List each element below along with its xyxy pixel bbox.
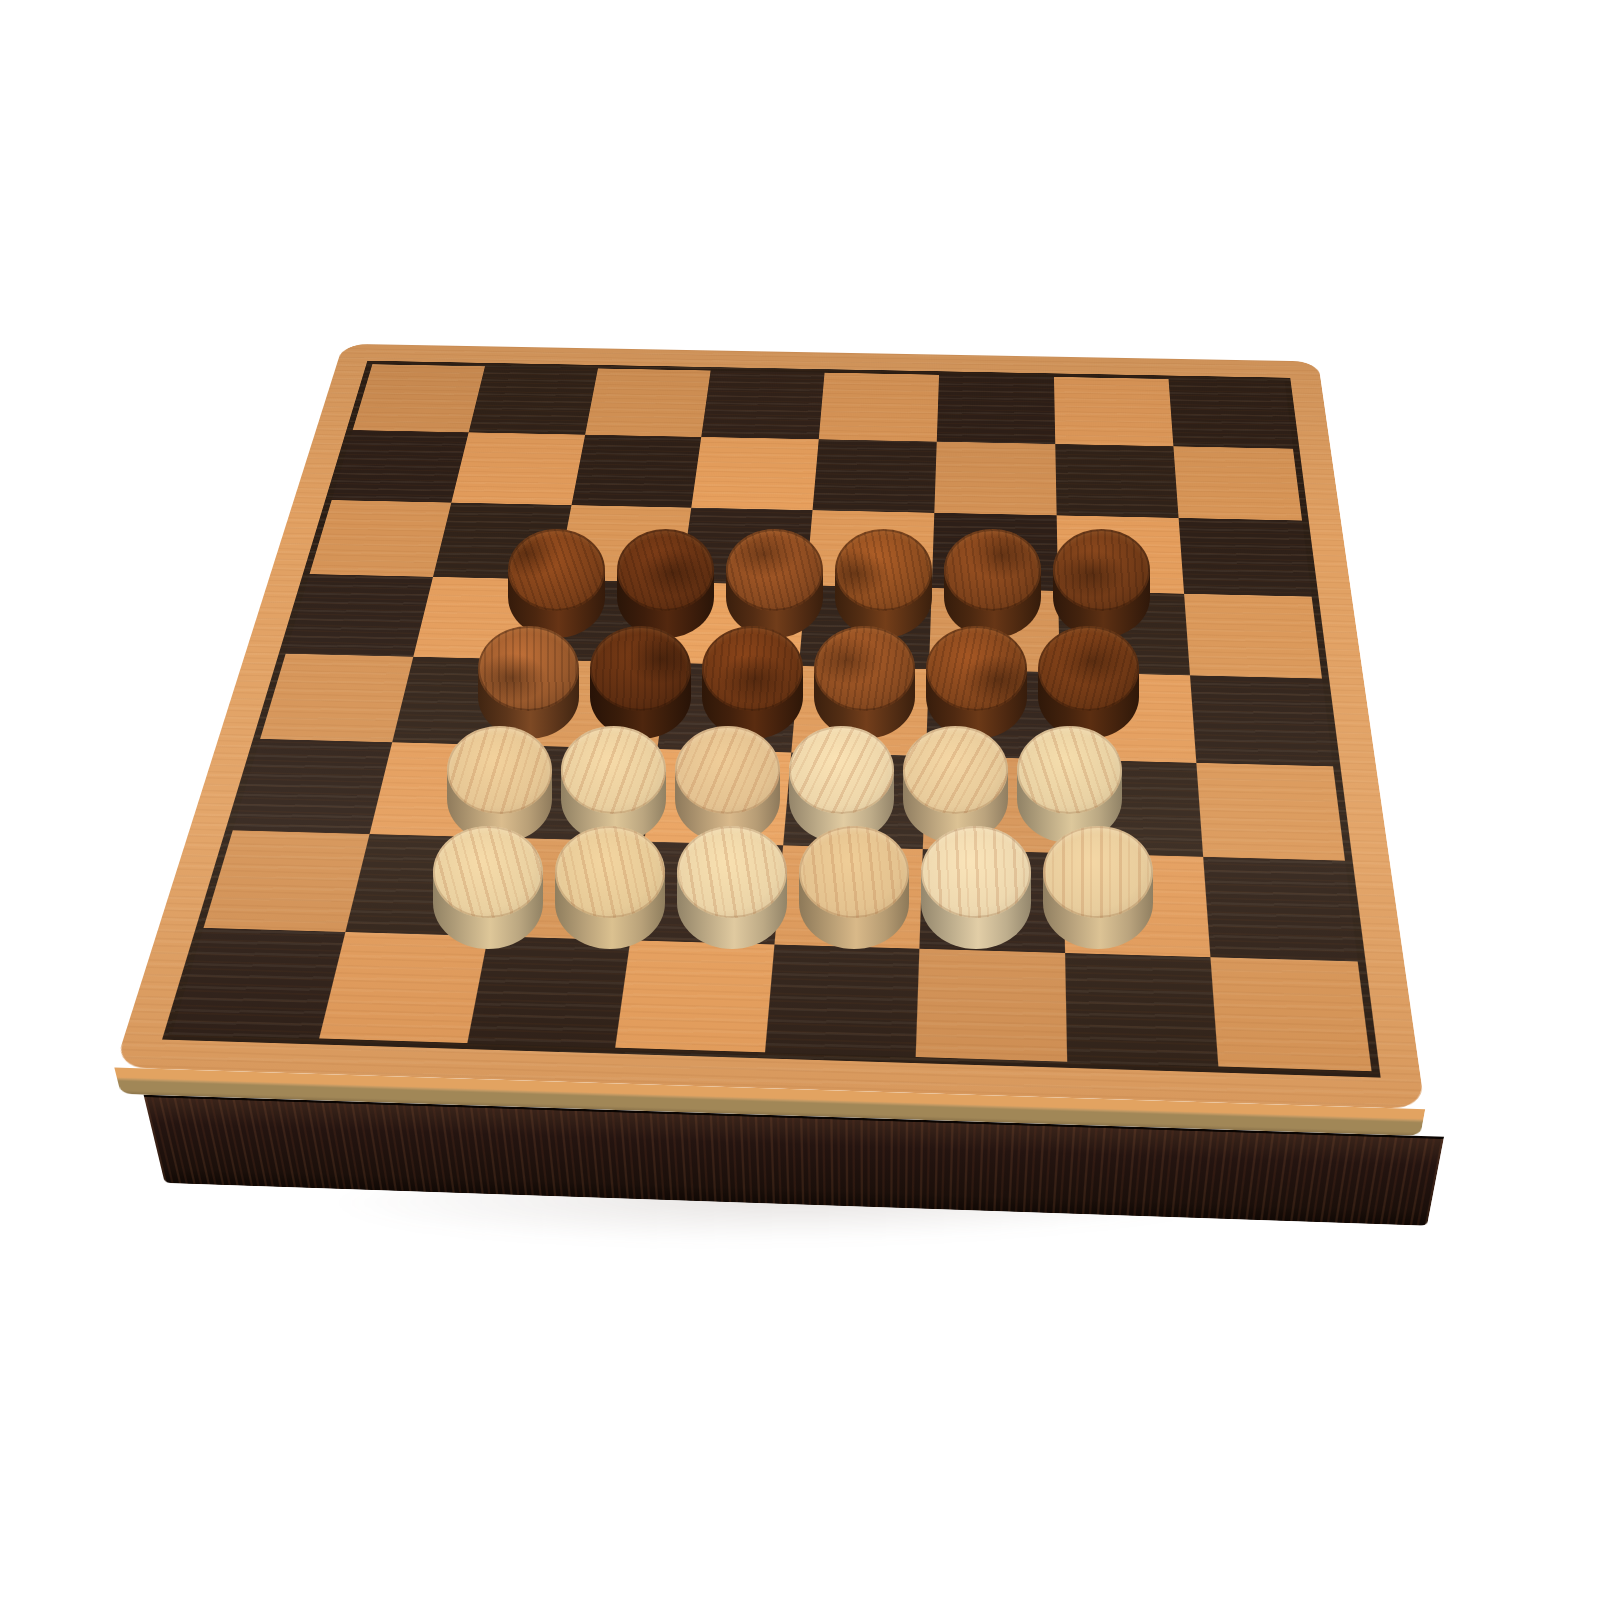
dark-checker-glyph: ⛂ <box>702 626 703 627</box>
checker-dark-10: ⛂ <box>814 626 915 739</box>
checker-dark-3: ⛂ <box>726 529 823 638</box>
dark-checker-glyph: ⛂ <box>926 626 927 627</box>
disc-top: ⛀ <box>1043 826 1153 918</box>
disc-top: ⛂ <box>926 626 1027 711</box>
disc-top: ⛂ <box>726 529 823 611</box>
checker-dark-9: ⛂ <box>702 626 803 739</box>
disc-top: ⛀ <box>447 726 552 814</box>
light-checker-glyph: ⛀ <box>1017 726 1018 727</box>
disc-top: ⛀ <box>799 826 909 918</box>
checker-light-12: ⛀ <box>1043 826 1153 949</box>
product-photo: ⛂⛂⛂⛂⛂⛂⛂⛂⛂⛂⛂⛂⛀⛀⛀⛀⛀⛀⛀⛀⛀⛀⛀⛀ <box>0 0 1600 1600</box>
disc-top: ⛀ <box>675 726 780 814</box>
dark-checker-glyph: ⛂ <box>1053 529 1054 530</box>
dark-checker-glyph: ⛂ <box>726 529 727 530</box>
light-checker-glyph: ⛀ <box>447 726 448 727</box>
checker-light-11: ⛀ <box>921 826 1031 949</box>
light-checker-glyph: ⛀ <box>675 726 676 727</box>
checker-dark-2: ⛂ <box>617 529 714 638</box>
disc-top: ⛂ <box>944 529 1041 611</box>
dark-checker-glyph: ⛂ <box>1038 626 1039 627</box>
disc-top: ⛀ <box>433 826 543 918</box>
disc-top: ⛀ <box>921 826 1031 918</box>
checker-dark-6: ⛂ <box>1053 529 1150 638</box>
light-checker-glyph: ⛀ <box>903 726 904 727</box>
disc-top: ⛂ <box>590 626 691 711</box>
dark-checker-glyph: ⛂ <box>508 529 509 530</box>
light-checker-glyph: ⛀ <box>561 726 562 727</box>
disc-top: ⛂ <box>478 626 579 711</box>
disc-top: ⛂ <box>508 529 605 611</box>
light-checker-glyph: ⛀ <box>1043 826 1044 827</box>
checker-light-8: ⛀ <box>555 826 665 949</box>
checker-light-9: ⛀ <box>677 826 787 949</box>
pieces-layer: ⛂⛂⛂⛂⛂⛂⛂⛂⛂⛂⛂⛂⛀⛀⛀⛀⛀⛀⛀⛀⛀⛀⛀⛀ <box>0 0 1600 1600</box>
disc-top: ⛂ <box>617 529 714 611</box>
light-checker-glyph: ⛀ <box>921 826 922 827</box>
dark-checker-glyph: ⛂ <box>617 529 618 530</box>
disc-top: ⛂ <box>1053 529 1150 611</box>
checker-dark-11: ⛂ <box>926 626 1027 739</box>
checker-light-7: ⛀ <box>433 826 543 949</box>
light-checker-glyph: ⛀ <box>555 826 556 827</box>
checker-dark-8: ⛂ <box>590 626 691 739</box>
disc-top: ⛀ <box>903 726 1008 814</box>
checker-dark-12: ⛂ <box>1038 626 1139 739</box>
disc-top: ⛀ <box>561 726 666 814</box>
dark-checker-glyph: ⛂ <box>944 529 945 530</box>
light-checker-glyph: ⛀ <box>433 826 434 827</box>
checker-dark-4: ⛂ <box>835 529 932 638</box>
disc-top: ⛀ <box>677 826 787 918</box>
disc-top: ⛂ <box>1038 626 1139 711</box>
dark-checker-glyph: ⛂ <box>478 626 479 627</box>
dark-checker-glyph: ⛂ <box>814 626 815 627</box>
disc-top: ⛂ <box>702 626 803 711</box>
light-checker-glyph: ⛀ <box>799 826 800 827</box>
disc-top: ⛀ <box>789 726 894 814</box>
dark-checker-glyph: ⛂ <box>590 626 591 627</box>
checker-dark-7: ⛂ <box>478 626 579 739</box>
disc-top: ⛂ <box>814 626 915 711</box>
checker-dark-5: ⛂ <box>944 529 1041 638</box>
dark-checker-glyph: ⛂ <box>835 529 836 530</box>
disc-top: ⛀ <box>1017 726 1122 814</box>
light-checker-glyph: ⛀ <box>677 826 678 827</box>
disc-top: ⛀ <box>555 826 665 918</box>
light-checker-glyph: ⛀ <box>789 726 790 727</box>
checker-dark-1: ⛂ <box>508 529 605 638</box>
checker-light-10: ⛀ <box>799 826 909 949</box>
disc-top: ⛂ <box>835 529 932 611</box>
